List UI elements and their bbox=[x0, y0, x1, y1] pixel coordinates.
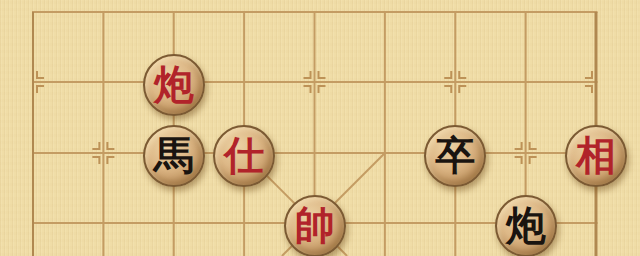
piece-glyph: 炮 bbox=[506, 205, 546, 245]
piece-glyph: 仕 bbox=[224, 135, 264, 175]
piece-glyph: 馬 bbox=[154, 135, 194, 175]
piece-red-cannon[interactable]: 炮 bbox=[143, 54, 205, 116]
xiangqi-board: 炮馬仕卒相帥炮 bbox=[0, 0, 640, 256]
piece-glyph: 卒 bbox=[435, 135, 475, 175]
piece-red-general[interactable]: 帥 bbox=[284, 195, 346, 256]
piece-black-horse[interactable]: 馬 bbox=[143, 125, 205, 187]
piece-black-soldier[interactable]: 卒 bbox=[424, 125, 486, 187]
piece-red-elephant[interactable]: 相 bbox=[565, 125, 627, 187]
piece-glyph: 相 bbox=[576, 135, 616, 175]
piece-black-cannon[interactable]: 炮 bbox=[495, 195, 557, 256]
piece-glyph: 帥 bbox=[295, 205, 335, 245]
piece-red-advisor[interactable]: 仕 bbox=[213, 125, 275, 187]
piece-glyph: 炮 bbox=[154, 64, 194, 104]
